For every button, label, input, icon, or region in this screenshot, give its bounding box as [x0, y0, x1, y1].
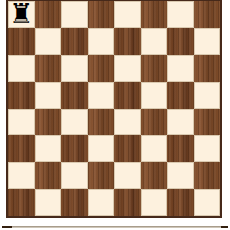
square-c5[interactable] — [61, 82, 88, 109]
square-b8[interactable] — [35, 1, 62, 28]
table-edge — [2, 226, 228, 228]
square-h3[interactable] — [194, 135, 221, 162]
square-e2[interactable] — [114, 162, 141, 189]
square-b1[interactable] — [35, 189, 62, 216]
square-a5[interactable] — [8, 82, 35, 109]
square-f3[interactable] — [141, 135, 168, 162]
square-d8[interactable] — [88, 1, 115, 28]
chess-app-screen: ♜ — [0, 0, 230, 230]
square-g2[interactable] — [167, 162, 194, 189]
square-c7[interactable] — [61, 28, 88, 55]
square-f5[interactable] — [141, 82, 168, 109]
square-g6[interactable] — [167, 55, 194, 82]
chess-board-squares: ♜ — [8, 1, 220, 216]
square-e5[interactable] — [114, 82, 141, 109]
square-c1[interactable] — [61, 189, 88, 216]
square-d7[interactable] — [88, 28, 115, 55]
square-b4[interactable] — [35, 109, 62, 136]
square-a6[interactable] — [8, 55, 35, 82]
square-g4[interactable] — [167, 109, 194, 136]
square-c8[interactable] — [61, 1, 88, 28]
square-c3[interactable] — [61, 135, 88, 162]
square-b5[interactable] — [35, 82, 62, 109]
chess-board: ♜ — [6, 0, 222, 218]
square-c4[interactable] — [61, 109, 88, 136]
square-h7[interactable] — [194, 28, 221, 55]
square-f8[interactable] — [141, 1, 168, 28]
square-d2[interactable] — [88, 162, 115, 189]
square-g3[interactable] — [167, 135, 194, 162]
square-f2[interactable] — [141, 162, 168, 189]
square-a2[interactable] — [8, 162, 35, 189]
square-a4[interactable] — [8, 109, 35, 136]
square-a3[interactable] — [8, 135, 35, 162]
square-h4[interactable] — [194, 109, 221, 136]
square-c6[interactable] — [61, 55, 88, 82]
square-b3[interactable] — [35, 135, 62, 162]
square-d6[interactable] — [88, 55, 115, 82]
square-f4[interactable] — [141, 109, 168, 136]
square-h6[interactable] — [194, 55, 221, 82]
square-h1[interactable] — [194, 189, 221, 216]
square-e4[interactable] — [114, 109, 141, 136]
square-g8[interactable] — [167, 1, 194, 28]
square-d3[interactable] — [88, 135, 115, 162]
square-e7[interactable] — [114, 28, 141, 55]
square-c2[interactable] — [61, 162, 88, 189]
square-e3[interactable] — [114, 135, 141, 162]
square-f7[interactable] — [141, 28, 168, 55]
square-e1[interactable] — [114, 189, 141, 216]
square-h2[interactable] — [194, 162, 221, 189]
square-f1[interactable] — [141, 189, 168, 216]
square-h8[interactable] — [194, 1, 221, 28]
square-e8[interactable] — [114, 1, 141, 28]
square-a7[interactable] — [8, 28, 35, 55]
square-a8[interactable]: ♜ — [8, 1, 35, 28]
black-rook[interactable]: ♜ — [9, 0, 33, 27]
square-b7[interactable] — [35, 28, 62, 55]
square-a1[interactable] — [8, 189, 35, 216]
square-b2[interactable] — [35, 162, 62, 189]
square-d4[interactable] — [88, 109, 115, 136]
square-g5[interactable] — [167, 82, 194, 109]
square-h5[interactable] — [194, 82, 221, 109]
square-b6[interactable] — [35, 55, 62, 82]
square-e6[interactable] — [114, 55, 141, 82]
square-f6[interactable] — [141, 55, 168, 82]
square-g7[interactable] — [167, 28, 194, 55]
square-g1[interactable] — [167, 189, 194, 216]
square-d1[interactable] — [88, 189, 115, 216]
square-d5[interactable] — [88, 82, 115, 109]
